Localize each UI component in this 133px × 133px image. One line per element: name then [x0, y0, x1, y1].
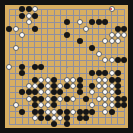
grid-line-vertical	[98, 9, 99, 125]
white-stone	[32, 6, 38, 12]
black-stone	[64, 32, 70, 38]
white-stone	[6, 64, 12, 70]
black-stone	[89, 19, 95, 25]
white-stone	[38, 102, 44, 108]
black-stone	[19, 109, 25, 115]
black-stone	[83, 115, 89, 121]
black-stone	[77, 38, 83, 44]
black-stone	[77, 89, 83, 95]
black-stone	[83, 96, 89, 102]
black-stone	[89, 70, 95, 76]
last-move-marker	[110, 8, 112, 10]
grid-line-horizontal	[9, 47, 125, 48]
white-stone	[102, 109, 108, 115]
white-stone	[26, 19, 32, 25]
black-stone	[57, 89, 63, 95]
star-point	[66, 28, 68, 30]
black-stone	[109, 109, 115, 115]
black-stone	[64, 19, 70, 25]
black-stone	[51, 121, 57, 127]
black-stone	[19, 89, 25, 95]
white-stone	[102, 102, 108, 108]
white-stone	[96, 51, 102, 57]
star-point	[28, 28, 30, 30]
black-stone	[32, 13, 38, 19]
black-stone	[38, 64, 44, 70]
white-stone	[121, 32, 127, 38]
black-stone	[51, 102, 57, 108]
black-stone	[102, 19, 108, 25]
white-stone	[13, 102, 19, 108]
grid-line-vertical	[79, 9, 80, 125]
go-board-frame	[0, 0, 133, 133]
black-stone	[19, 70, 25, 76]
go-board[interactable]	[5, 5, 128, 128]
white-stone	[83, 26, 89, 32]
black-stone	[89, 45, 95, 51]
grid-line-vertical	[60, 9, 61, 125]
star-point	[66, 104, 68, 106]
black-stone	[121, 57, 127, 63]
star-point	[28, 66, 30, 68]
white-stone	[13, 26, 19, 32]
white-stone	[70, 83, 76, 89]
black-stone	[6, 26, 12, 32]
white-stone	[13, 45, 19, 51]
white-stone	[102, 38, 108, 44]
black-stone	[102, 70, 108, 76]
black-stone	[19, 6, 25, 12]
black-stone	[115, 89, 121, 95]
grid-line-horizontal	[9, 54, 125, 55]
white-stone	[77, 19, 83, 25]
black-stone	[19, 13, 25, 19]
black-stone	[32, 26, 38, 32]
white-stone	[38, 89, 44, 95]
black-stone	[38, 115, 44, 121]
white-stone	[19, 32, 25, 38]
white-stone	[70, 109, 76, 115]
white-stone	[89, 89, 95, 95]
grid-line-vertical	[73, 9, 74, 125]
black-stone	[64, 121, 70, 127]
white-stone	[57, 115, 63, 121]
star-point	[66, 66, 68, 68]
star-point	[28, 104, 30, 106]
white-stone	[89, 102, 95, 108]
star-point	[104, 28, 106, 30]
white-stone	[102, 57, 108, 63]
black-stone	[121, 102, 127, 108]
white-stone	[102, 89, 108, 95]
black-stone	[115, 70, 121, 76]
star-point	[104, 66, 106, 68]
white-stone	[70, 96, 76, 102]
white-stone	[115, 38, 121, 44]
white-stone	[57, 96, 63, 102]
black-stone	[89, 109, 95, 115]
